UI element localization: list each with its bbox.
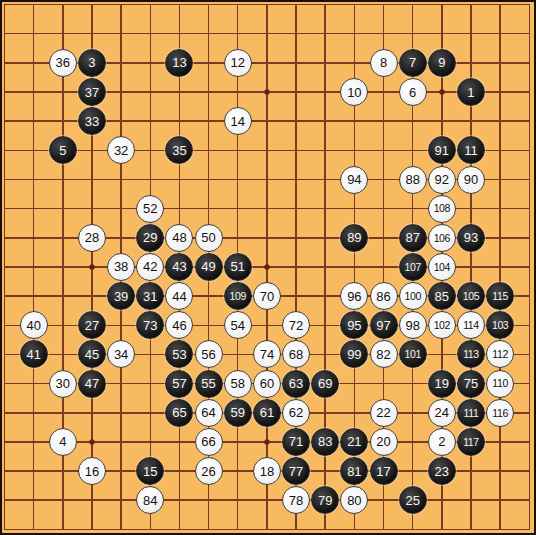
intersection[interactable]: 20 bbox=[369, 427, 398, 456]
intersection[interactable] bbox=[456, 515, 485, 535]
intersection[interactable] bbox=[0, 77, 19, 106]
intersection[interactable] bbox=[486, 136, 515, 165]
intersection[interactable] bbox=[107, 165, 136, 194]
intersection[interactable] bbox=[0, 340, 19, 369]
intersection[interactable]: 34 bbox=[107, 340, 136, 369]
intersection[interactable] bbox=[515, 136, 536, 165]
intersection[interactable] bbox=[223, 340, 252, 369]
intersection[interactable] bbox=[48, 311, 77, 340]
intersection[interactable] bbox=[398, 194, 427, 223]
intersection[interactable] bbox=[281, 194, 310, 223]
intersection[interactable] bbox=[340, 398, 369, 427]
intersection[interactable]: 55 bbox=[194, 369, 223, 398]
intersection[interactable] bbox=[19, 0, 48, 19]
intersection[interactable]: 40 bbox=[19, 311, 48, 340]
intersection[interactable] bbox=[19, 165, 48, 194]
intersection[interactable] bbox=[398, 457, 427, 486]
intersection[interactable]: 69 bbox=[311, 369, 340, 398]
intersection[interactable]: 12 bbox=[223, 48, 252, 77]
intersection[interactable]: 96 bbox=[340, 282, 369, 311]
intersection[interactable] bbox=[77, 486, 106, 515]
intersection[interactable] bbox=[252, 48, 281, 77]
intersection[interactable] bbox=[48, 515, 77, 535]
intersection[interactable]: 68 bbox=[281, 340, 310, 369]
intersection[interactable] bbox=[0, 19, 19, 48]
intersection[interactable] bbox=[223, 165, 252, 194]
intersection[interactable] bbox=[281, 77, 310, 106]
intersection[interactable] bbox=[107, 515, 136, 535]
intersection[interactable] bbox=[0, 369, 19, 398]
intersection[interactable]: 25 bbox=[398, 486, 427, 515]
intersection[interactable] bbox=[0, 223, 19, 252]
intersection[interactable]: 60 bbox=[252, 369, 281, 398]
intersection[interactable] bbox=[427, 515, 456, 535]
intersection[interactable] bbox=[136, 340, 165, 369]
intersection[interactable] bbox=[194, 515, 223, 535]
intersection[interactable] bbox=[223, 223, 252, 252]
intersection[interactable]: 53 bbox=[165, 340, 194, 369]
intersection[interactable] bbox=[223, 427, 252, 456]
intersection[interactable] bbox=[281, 282, 310, 311]
intersection[interactable] bbox=[486, 107, 515, 136]
intersection[interactable]: 8 bbox=[369, 48, 398, 77]
intersection[interactable] bbox=[136, 136, 165, 165]
intersection[interactable]: 102 bbox=[427, 311, 456, 340]
intersection[interactable]: 111 bbox=[456, 398, 485, 427]
intersection[interactable] bbox=[107, 311, 136, 340]
intersection[interactable] bbox=[194, 136, 223, 165]
intersection[interactable] bbox=[369, 369, 398, 398]
intersection[interactable] bbox=[0, 194, 19, 223]
intersection[interactable]: 21 bbox=[340, 427, 369, 456]
intersection[interactable] bbox=[486, 165, 515, 194]
intersection[interactable] bbox=[311, 515, 340, 535]
intersection[interactable] bbox=[398, 515, 427, 535]
intersection[interactable] bbox=[48, 398, 77, 427]
intersection[interactable] bbox=[19, 369, 48, 398]
intersection[interactable]: 109 bbox=[223, 282, 252, 311]
intersection[interactable]: 64 bbox=[194, 398, 223, 427]
intersection[interactable] bbox=[136, 515, 165, 535]
intersection[interactable] bbox=[340, 369, 369, 398]
intersection[interactable]: 107 bbox=[398, 252, 427, 281]
intersection[interactable]: 31 bbox=[136, 282, 165, 311]
intersection[interactable]: 45 bbox=[77, 340, 106, 369]
intersection[interactable]: 49 bbox=[194, 252, 223, 281]
intersection[interactable] bbox=[252, 223, 281, 252]
intersection[interactable] bbox=[340, 252, 369, 281]
intersection[interactable]: 86 bbox=[369, 282, 398, 311]
intersection[interactable] bbox=[19, 515, 48, 535]
intersection[interactable] bbox=[48, 107, 77, 136]
intersection[interactable] bbox=[340, 0, 369, 19]
intersection[interactable]: 101 bbox=[398, 340, 427, 369]
intersection[interactable] bbox=[515, 486, 536, 515]
intersection[interactable] bbox=[252, 486, 281, 515]
intersection[interactable]: 95 bbox=[340, 311, 369, 340]
intersection[interactable] bbox=[194, 165, 223, 194]
intersection[interactable]: 23 bbox=[427, 457, 456, 486]
intersection[interactable]: 19 bbox=[427, 369, 456, 398]
intersection[interactable] bbox=[398, 136, 427, 165]
intersection[interactable]: 5 bbox=[48, 136, 77, 165]
intersection[interactable] bbox=[515, 77, 536, 106]
intersection[interactable] bbox=[223, 515, 252, 535]
intersection[interactable] bbox=[107, 107, 136, 136]
intersection[interactable] bbox=[398, 427, 427, 456]
intersection[interactable]: 10 bbox=[340, 77, 369, 106]
intersection[interactable] bbox=[0, 515, 19, 535]
intersection[interactable] bbox=[427, 340, 456, 369]
intersection[interactable] bbox=[77, 136, 106, 165]
intersection[interactable]: 113 bbox=[456, 340, 485, 369]
intersection[interactable] bbox=[486, 77, 515, 106]
intersection[interactable] bbox=[19, 194, 48, 223]
intersection[interactable] bbox=[252, 165, 281, 194]
intersection[interactable]: 47 bbox=[77, 369, 106, 398]
intersection[interactable] bbox=[340, 194, 369, 223]
intersection[interactable]: 98 bbox=[398, 311, 427, 340]
intersection[interactable] bbox=[223, 19, 252, 48]
intersection[interactable]: 7 bbox=[398, 48, 427, 77]
intersection[interactable] bbox=[311, 136, 340, 165]
intersection[interactable] bbox=[77, 252, 106, 281]
intersection[interactable]: 78 bbox=[281, 486, 310, 515]
intersection[interactable] bbox=[427, 107, 456, 136]
intersection[interactable] bbox=[77, 19, 106, 48]
intersection[interactable] bbox=[515, 398, 536, 427]
intersection[interactable] bbox=[19, 19, 48, 48]
intersection[interactable]: 99 bbox=[340, 340, 369, 369]
intersection[interactable] bbox=[311, 77, 340, 106]
intersection[interactable] bbox=[165, 515, 194, 535]
intersection[interactable]: 77 bbox=[281, 457, 310, 486]
intersection[interactable]: 97 bbox=[369, 311, 398, 340]
intersection[interactable] bbox=[107, 194, 136, 223]
intersection[interactable] bbox=[0, 165, 19, 194]
intersection[interactable] bbox=[427, 0, 456, 19]
intersection[interactable] bbox=[281, 107, 310, 136]
intersection[interactable]: 48 bbox=[165, 223, 194, 252]
intersection[interactable]: 35 bbox=[165, 136, 194, 165]
intersection[interactable] bbox=[398, 19, 427, 48]
intersection[interactable] bbox=[165, 77, 194, 106]
intersection[interactable] bbox=[165, 0, 194, 19]
intersection[interactable] bbox=[48, 340, 77, 369]
intersection[interactable] bbox=[194, 48, 223, 77]
intersection[interactable] bbox=[252, 77, 281, 106]
intersection[interactable] bbox=[486, 515, 515, 535]
intersection[interactable] bbox=[48, 282, 77, 311]
intersection[interactable]: 87 bbox=[398, 223, 427, 252]
intersection[interactable] bbox=[107, 369, 136, 398]
intersection[interactable] bbox=[107, 0, 136, 19]
intersection[interactable] bbox=[194, 486, 223, 515]
intersection[interactable] bbox=[252, 427, 281, 456]
intersection[interactable]: 105 bbox=[456, 282, 485, 311]
intersection[interactable]: 66 bbox=[194, 427, 223, 456]
intersection[interactable] bbox=[194, 194, 223, 223]
intersection[interactable] bbox=[223, 457, 252, 486]
intersection[interactable]: 104 bbox=[427, 252, 456, 281]
intersection[interactable]: 18 bbox=[252, 457, 281, 486]
intersection[interactable] bbox=[398, 0, 427, 19]
intersection[interactable]: 54 bbox=[223, 311, 252, 340]
intersection[interactable]: 50 bbox=[194, 223, 223, 252]
intersection[interactable] bbox=[427, 77, 456, 106]
intersection[interactable] bbox=[311, 223, 340, 252]
intersection[interactable]: 81 bbox=[340, 457, 369, 486]
intersection[interactable] bbox=[136, 19, 165, 48]
intersection[interactable]: 17 bbox=[369, 457, 398, 486]
intersection[interactable] bbox=[48, 457, 77, 486]
intersection[interactable] bbox=[77, 398, 106, 427]
intersection[interactable] bbox=[311, 282, 340, 311]
intersection[interactable]: 42 bbox=[136, 252, 165, 281]
intersection[interactable] bbox=[311, 107, 340, 136]
intersection[interactable] bbox=[515, 223, 536, 252]
intersection[interactable]: 89 bbox=[340, 223, 369, 252]
intersection[interactable]: 16 bbox=[77, 457, 106, 486]
intersection[interactable] bbox=[136, 0, 165, 19]
intersection[interactable]: 91 bbox=[427, 136, 456, 165]
intersection[interactable] bbox=[281, 165, 310, 194]
intersection[interactable] bbox=[252, 19, 281, 48]
intersection[interactable] bbox=[398, 398, 427, 427]
intersection[interactable] bbox=[515, 457, 536, 486]
intersection[interactable] bbox=[0, 136, 19, 165]
intersection[interactable] bbox=[223, 0, 252, 19]
intersection[interactable] bbox=[107, 223, 136, 252]
intersection[interactable] bbox=[369, 165, 398, 194]
intersection[interactable]: 33 bbox=[77, 107, 106, 136]
intersection[interactable] bbox=[165, 427, 194, 456]
intersection[interactable] bbox=[107, 486, 136, 515]
intersection[interactable] bbox=[281, 48, 310, 77]
intersection[interactable]: 38 bbox=[107, 252, 136, 281]
intersection[interactable] bbox=[311, 194, 340, 223]
intersection[interactable] bbox=[48, 486, 77, 515]
intersection[interactable] bbox=[515, 427, 536, 456]
intersection[interactable] bbox=[48, 223, 77, 252]
intersection[interactable] bbox=[427, 486, 456, 515]
intersection[interactable] bbox=[194, 19, 223, 48]
intersection[interactable] bbox=[369, 252, 398, 281]
intersection[interactable] bbox=[19, 136, 48, 165]
intersection[interactable] bbox=[456, 457, 485, 486]
intersection[interactable] bbox=[515, 369, 536, 398]
intersection[interactable] bbox=[515, 0, 536, 19]
intersection[interactable] bbox=[515, 48, 536, 77]
intersection[interactable] bbox=[311, 19, 340, 48]
intersection[interactable]: 15 bbox=[136, 457, 165, 486]
intersection[interactable] bbox=[0, 398, 19, 427]
intersection[interactable]: 37 bbox=[77, 77, 106, 106]
intersection[interactable] bbox=[194, 107, 223, 136]
intersection[interactable] bbox=[19, 77, 48, 106]
intersection[interactable]: 22 bbox=[369, 398, 398, 427]
intersection[interactable] bbox=[252, 311, 281, 340]
intersection[interactable]: 51 bbox=[223, 252, 252, 281]
intersection[interactable]: 52 bbox=[136, 194, 165, 223]
intersection[interactable] bbox=[486, 223, 515, 252]
intersection[interactable] bbox=[515, 282, 536, 311]
intersection[interactable] bbox=[369, 136, 398, 165]
intersection[interactable] bbox=[486, 0, 515, 19]
intersection[interactable] bbox=[252, 252, 281, 281]
intersection[interactable] bbox=[456, 194, 485, 223]
intersection[interactable] bbox=[77, 427, 106, 456]
intersection[interactable] bbox=[340, 48, 369, 77]
intersection[interactable] bbox=[486, 252, 515, 281]
intersection[interactable]: 112 bbox=[486, 340, 515, 369]
intersection[interactable]: 84 bbox=[136, 486, 165, 515]
intersection[interactable] bbox=[19, 282, 48, 311]
intersection[interactable] bbox=[136, 48, 165, 77]
intersection[interactable] bbox=[311, 311, 340, 340]
intersection[interactable]: 59 bbox=[223, 398, 252, 427]
intersection[interactable] bbox=[48, 0, 77, 19]
intersection[interactable] bbox=[0, 282, 19, 311]
intersection[interactable]: 2 bbox=[427, 427, 456, 456]
intersection[interactable]: 61 bbox=[252, 398, 281, 427]
intersection[interactable]: 75 bbox=[456, 369, 485, 398]
intersection[interactable]: 11 bbox=[456, 136, 485, 165]
intersection[interactable]: 116 bbox=[486, 398, 515, 427]
intersection[interactable] bbox=[311, 457, 340, 486]
intersection[interactable] bbox=[194, 282, 223, 311]
intersection[interactable]: 82 bbox=[369, 340, 398, 369]
intersection[interactable]: 85 bbox=[427, 282, 456, 311]
intersection[interactable]: 94 bbox=[340, 165, 369, 194]
intersection[interactable] bbox=[165, 107, 194, 136]
intersection[interactable]: 62 bbox=[281, 398, 310, 427]
intersection[interactable] bbox=[486, 457, 515, 486]
intersection[interactable]: 9 bbox=[427, 48, 456, 77]
intersection[interactable] bbox=[136, 398, 165, 427]
intersection[interactable]: 117 bbox=[456, 427, 485, 456]
intersection[interactable]: 6 bbox=[398, 77, 427, 106]
intersection[interactable] bbox=[311, 0, 340, 19]
intersection[interactable]: 36 bbox=[48, 48, 77, 77]
intersection[interactable] bbox=[311, 340, 340, 369]
intersection[interactable]: 57 bbox=[165, 369, 194, 398]
intersection[interactable] bbox=[194, 0, 223, 19]
intersection[interactable] bbox=[369, 19, 398, 48]
intersection[interactable] bbox=[77, 515, 106, 535]
intersection[interactable] bbox=[369, 515, 398, 535]
intersection[interactable] bbox=[0, 48, 19, 77]
intersection[interactable] bbox=[107, 457, 136, 486]
intersection[interactable]: 79 bbox=[311, 486, 340, 515]
intersection[interactable] bbox=[398, 107, 427, 136]
intersection[interactable] bbox=[48, 19, 77, 48]
intersection[interactable] bbox=[165, 165, 194, 194]
intersection[interactable] bbox=[0, 311, 19, 340]
intersection[interactable] bbox=[456, 19, 485, 48]
intersection[interactable]: 92 bbox=[427, 165, 456, 194]
intersection[interactable]: 115 bbox=[486, 282, 515, 311]
intersection[interactable]: 56 bbox=[194, 340, 223, 369]
intersection[interactable]: 44 bbox=[165, 282, 194, 311]
intersection[interactable] bbox=[19, 252, 48, 281]
intersection[interactable] bbox=[486, 48, 515, 77]
intersection[interactable] bbox=[311, 165, 340, 194]
intersection[interactable]: 4 bbox=[48, 427, 77, 456]
intersection[interactable] bbox=[369, 0, 398, 19]
intersection[interactable] bbox=[0, 486, 19, 515]
intersection[interactable] bbox=[456, 48, 485, 77]
intersection[interactable] bbox=[340, 515, 369, 535]
intersection[interactable]: 90 bbox=[456, 165, 485, 194]
intersection[interactable]: 46 bbox=[165, 311, 194, 340]
intersection[interactable]: 93 bbox=[456, 223, 485, 252]
intersection[interactable]: 106 bbox=[427, 223, 456, 252]
intersection[interactable] bbox=[136, 165, 165, 194]
intersection[interactable] bbox=[515, 252, 536, 281]
intersection[interactable] bbox=[369, 77, 398, 106]
intersection[interactable]: 26 bbox=[194, 457, 223, 486]
intersection[interactable]: 58 bbox=[223, 369, 252, 398]
intersection[interactable] bbox=[252, 136, 281, 165]
intersection[interactable] bbox=[77, 194, 106, 223]
intersection[interactable] bbox=[427, 19, 456, 48]
intersection[interactable] bbox=[19, 398, 48, 427]
intersection[interactable]: 114 bbox=[456, 311, 485, 340]
intersection[interactable] bbox=[486, 427, 515, 456]
intersection[interactable]: 39 bbox=[107, 282, 136, 311]
intersection[interactable]: 100 bbox=[398, 282, 427, 311]
intersection[interactable]: 43 bbox=[165, 252, 194, 281]
intersection[interactable]: 110 bbox=[486, 369, 515, 398]
intersection[interactable] bbox=[486, 194, 515, 223]
intersection[interactable] bbox=[515, 311, 536, 340]
intersection[interactable] bbox=[252, 194, 281, 223]
intersection[interactable] bbox=[252, 515, 281, 535]
intersection[interactable] bbox=[223, 194, 252, 223]
intersection[interactable] bbox=[77, 282, 106, 311]
intersection[interactable] bbox=[107, 398, 136, 427]
intersection[interactable] bbox=[281, 252, 310, 281]
intersection[interactable] bbox=[515, 340, 536, 369]
intersection[interactable] bbox=[252, 0, 281, 19]
intersection[interactable] bbox=[311, 398, 340, 427]
intersection[interactable] bbox=[136, 107, 165, 136]
intersection[interactable] bbox=[223, 77, 252, 106]
intersection[interactable]: 80 bbox=[340, 486, 369, 515]
intersection[interactable] bbox=[77, 165, 106, 194]
intersection[interactable] bbox=[369, 486, 398, 515]
intersection[interactable]: 13 bbox=[165, 48, 194, 77]
intersection[interactable]: 83 bbox=[311, 427, 340, 456]
intersection[interactable]: 65 bbox=[165, 398, 194, 427]
intersection[interactable]: 32 bbox=[107, 136, 136, 165]
intersection[interactable]: 103 bbox=[486, 311, 515, 340]
intersection[interactable] bbox=[107, 427, 136, 456]
intersection[interactable] bbox=[19, 223, 48, 252]
intersection[interactable] bbox=[0, 457, 19, 486]
intersection[interactable] bbox=[107, 77, 136, 106]
intersection[interactable]: 73 bbox=[136, 311, 165, 340]
intersection[interactable] bbox=[281, 223, 310, 252]
intersection[interactable] bbox=[369, 223, 398, 252]
intersection[interactable] bbox=[19, 107, 48, 136]
intersection[interactable]: 108 bbox=[427, 194, 456, 223]
intersection[interactable] bbox=[281, 136, 310, 165]
intersection[interactable] bbox=[19, 427, 48, 456]
intersection[interactable]: 63 bbox=[281, 369, 310, 398]
intersection[interactable]: 1 bbox=[456, 77, 485, 106]
